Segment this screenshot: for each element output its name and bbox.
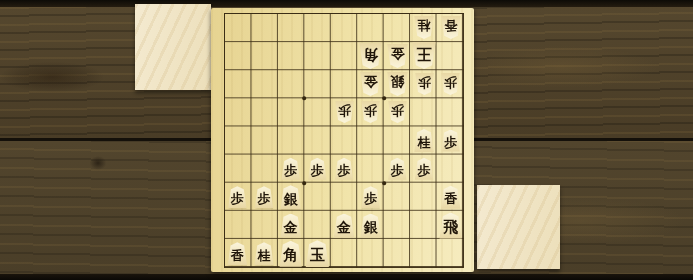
piece-kanji: 歩 bbox=[338, 164, 351, 177]
piece-kanji: 歩 bbox=[444, 76, 457, 89]
piece-kanji: 金 bbox=[284, 220, 298, 234]
piece-kanji: 歩 bbox=[364, 104, 377, 117]
piece-kanji: 歩 bbox=[258, 192, 271, 205]
piece-kanji: 桂 bbox=[418, 136, 431, 149]
piece-kanji: 歩 bbox=[418, 164, 431, 177]
piece-kanji: 銀 bbox=[390, 75, 404, 89]
piece-kanji: 歩 bbox=[284, 164, 297, 177]
piece-kanji: 金 bbox=[390, 47, 404, 61]
star-point bbox=[302, 96, 306, 100]
piece-kanji: 香 bbox=[231, 249, 244, 262]
komadai-left bbox=[135, 4, 211, 90]
piece-kanji: 銀 bbox=[284, 192, 298, 206]
piece-kanji: 歩 bbox=[311, 164, 324, 177]
piece-kanji: 玉 bbox=[310, 248, 325, 263]
piece-kanji: 角 bbox=[363, 47, 378, 62]
piece-kanji: 角 bbox=[283, 248, 298, 263]
table-edge-bottom bbox=[0, 274, 693, 280]
piece-kanji: 歩 bbox=[444, 136, 457, 149]
piece-kanji: 桂 bbox=[258, 249, 271, 262]
shogi-photo-scene: 桂香角金王金銀歩歩歩歩歩桂歩歩歩歩歩歩歩歩銀歩香金金銀飛香桂角玉 bbox=[0, 0, 693, 280]
piece-kanji: 歩 bbox=[364, 192, 377, 205]
piece-kanji: 歩 bbox=[418, 76, 431, 89]
piece-kanji: 金 bbox=[364, 75, 378, 89]
table-edge-top bbox=[0, 0, 693, 7]
komadai-right bbox=[477, 185, 560, 269]
piece-kanji: 歩 bbox=[338, 104, 351, 117]
piece-kanji: 香 bbox=[444, 19, 457, 32]
piece-kanji: 歩 bbox=[231, 192, 244, 205]
piece-kanji: 金 bbox=[337, 220, 351, 234]
piece-kanji: 歩 bbox=[391, 164, 404, 177]
piece-kanji: 桂 bbox=[418, 19, 431, 32]
piece-kanji: 歩 bbox=[391, 104, 404, 117]
piece-kanji: 王 bbox=[417, 47, 432, 62]
star-point bbox=[382, 96, 386, 100]
piece-kanji: 飛 bbox=[443, 220, 458, 235]
piece-kanji: 香 bbox=[444, 192, 457, 205]
shogi-board: 桂香角金王金銀歩歩歩歩歩桂歩歩歩歩歩歩歩歩銀歩香金金銀飛香桂角玉 bbox=[211, 8, 474, 272]
piece-kanji: 銀 bbox=[364, 220, 378, 234]
star-point bbox=[382, 181, 386, 185]
star-point bbox=[302, 181, 306, 185]
